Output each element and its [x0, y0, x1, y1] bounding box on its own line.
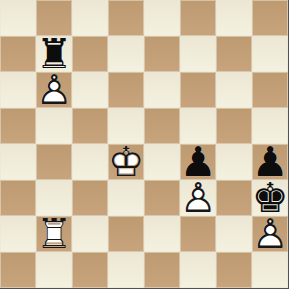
square-d4[interactable]: ♚♔ — [108, 144, 144, 180]
square-a3[interactable] — [0, 180, 36, 216]
square-f7[interactable] — [180, 36, 216, 72]
square-a4[interactable] — [0, 144, 36, 180]
square-a7[interactable] — [0, 36, 36, 72]
square-e3[interactable] — [144, 180, 180, 216]
square-e1[interactable] — [144, 252, 180, 288]
square-g6[interactable] — [216, 72, 252, 108]
square-d2[interactable] — [108, 216, 144, 252]
piece-white-rook[interactable]: ♜♖ — [36, 216, 72, 252]
square-a5[interactable] — [0, 108, 36, 144]
square-g2[interactable] — [216, 216, 252, 252]
square-h1[interactable] — [252, 252, 288, 288]
square-f6[interactable] — [180, 72, 216, 108]
square-a2[interactable] — [0, 216, 36, 252]
square-b1[interactable] — [36, 252, 72, 288]
square-d1[interactable] — [108, 252, 144, 288]
square-h6[interactable] — [252, 72, 288, 108]
square-d8[interactable] — [108, 0, 144, 36]
square-h8[interactable] — [252, 0, 288, 36]
square-e7[interactable] — [144, 36, 180, 72]
piece-white-pawn[interactable]: ♟♙ — [252, 216, 288, 252]
square-e4[interactable] — [144, 144, 180, 180]
square-e6[interactable] — [144, 72, 180, 108]
square-a1[interactable] — [0, 252, 36, 288]
square-c2[interactable] — [72, 216, 108, 252]
square-c8[interactable] — [72, 0, 108, 36]
square-c5[interactable] — [72, 108, 108, 144]
square-d3[interactable] — [108, 180, 144, 216]
square-e8[interactable] — [144, 0, 180, 36]
square-h7[interactable] — [252, 36, 288, 72]
square-g5[interactable] — [216, 108, 252, 144]
square-e5[interactable] — [144, 108, 180, 144]
square-g8[interactable] — [216, 0, 252, 36]
chess-diagram: ♜♟♙♚♔♟♟♟♙♚♜♖♟♙ — [0, 0, 289, 289]
square-f1[interactable] — [180, 252, 216, 288]
square-c1[interactable] — [72, 252, 108, 288]
square-b4[interactable] — [36, 144, 72, 180]
square-f3[interactable]: ♟♙ — [180, 180, 216, 216]
piece-white-king[interactable]: ♚♔ — [108, 144, 144, 180]
square-g1[interactable] — [216, 252, 252, 288]
square-g7[interactable] — [216, 36, 252, 72]
square-d7[interactable] — [108, 36, 144, 72]
square-g3[interactable] — [216, 180, 252, 216]
piece-white-pawn[interactable]: ♟♙ — [180, 180, 216, 216]
square-e2[interactable] — [144, 216, 180, 252]
square-c7[interactable] — [72, 36, 108, 72]
square-g4[interactable] — [216, 144, 252, 180]
square-d6[interactable] — [108, 72, 144, 108]
square-f2[interactable] — [180, 216, 216, 252]
square-a8[interactable] — [0, 0, 36, 36]
square-b5[interactable] — [36, 108, 72, 144]
square-a6[interactable] — [0, 72, 36, 108]
square-c6[interactable] — [72, 72, 108, 108]
square-h2[interactable]: ♟♙ — [252, 216, 288, 252]
square-f8[interactable] — [180, 0, 216, 36]
piece-white-pawn[interactable]: ♟♙ — [36, 72, 72, 108]
square-b2[interactable]: ♜♖ — [36, 216, 72, 252]
square-c4[interactable] — [72, 144, 108, 180]
square-c3[interactable] — [72, 180, 108, 216]
chess-board: ♜♟♙♚♔♟♟♟♙♚♜♖♟♙ — [0, 0, 289, 289]
square-b6[interactable]: ♟♙ — [36, 72, 72, 108]
